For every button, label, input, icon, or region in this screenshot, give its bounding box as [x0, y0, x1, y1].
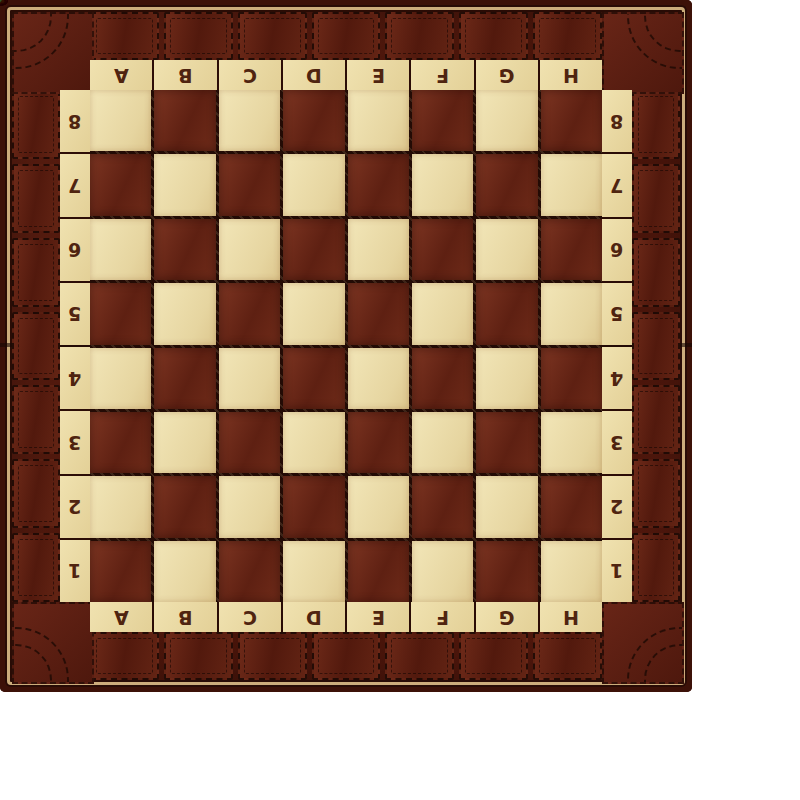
square-e2: [348, 476, 409, 537]
frame-cell: [533, 632, 602, 680]
frame-band-right: [632, 90, 680, 602]
frame-band-top: [90, 12, 602, 60]
frame-cell: [238, 12, 307, 60]
file-label-d: D: [283, 60, 345, 90]
square-d7: [283, 154, 344, 215]
frame-cell: [632, 164, 680, 233]
frame-cell: [312, 12, 381, 60]
square-d1: [283, 541, 344, 602]
frame-cell: [312, 632, 381, 680]
rank-label-4: 4: [602, 347, 632, 409]
frame-cell: [90, 12, 159, 60]
square-e1: [348, 541, 409, 602]
square-f4: [412, 348, 473, 409]
square-a7: [90, 154, 151, 215]
frame-cell: [632, 312, 680, 381]
rank-label-4: 4: [60, 347, 90, 409]
file-label-g: G: [476, 60, 538, 90]
file-label-c: C: [219, 60, 281, 90]
rank-label-7: 7: [602, 154, 632, 216]
frame-corner-carving: [12, 602, 94, 684]
file-label-g: G: [476, 602, 538, 632]
square-c6: [219, 219, 280, 280]
square-e8: [348, 90, 409, 151]
square-e7: [348, 154, 409, 215]
rank-label-1: 1: [60, 540, 90, 602]
rank-label-2: 2: [60, 476, 90, 538]
square-c7: [219, 154, 280, 215]
square-c3: [219, 412, 280, 473]
square-b3: [154, 412, 215, 473]
frame-cell: [164, 632, 233, 680]
frame-cell: [632, 238, 680, 307]
square-f7: [412, 154, 473, 215]
square-e4: [348, 348, 409, 409]
file-label-a: A: [90, 60, 152, 90]
square-b2: [154, 476, 215, 537]
file-label-f: F: [411, 60, 473, 90]
rank-label-8: 8: [60, 90, 90, 152]
frame-cell: [90, 632, 159, 680]
square-f6: [412, 219, 473, 280]
frame-cell: [12, 459, 60, 528]
square-h8: [541, 90, 602, 151]
rank-label-3: 3: [602, 411, 632, 473]
square-f1: [412, 541, 473, 602]
square-b1: [154, 541, 215, 602]
square-h1: [541, 541, 602, 602]
frame-cell: [12, 533, 60, 602]
square-g3: [476, 412, 537, 473]
file-label-a: A: [90, 602, 152, 632]
square-b8: [154, 90, 215, 151]
file-label-d: D: [283, 602, 345, 632]
frame-cell: [632, 533, 680, 602]
rank-label-6: 6: [602, 219, 632, 281]
frame-cell: [164, 12, 233, 60]
frame-cell: [632, 385, 680, 454]
square-f5: [412, 283, 473, 344]
rank-label-7: 7: [60, 154, 90, 216]
frame-cell: [533, 12, 602, 60]
square-d2: [283, 476, 344, 537]
frame-cell: [385, 12, 454, 60]
frame-cell: [12, 385, 60, 454]
chess-set-photo: ABCDEFGH ABCDEFGH 87654321 87654321 ♜♞♝♛…: [0, 0, 800, 800]
file-label-h: H: [540, 60, 602, 90]
rank-label-5: 5: [602, 283, 632, 345]
board-squares: [90, 90, 602, 602]
file-label-b: B: [154, 60, 216, 90]
square-c2: [219, 476, 280, 537]
file-label-c: C: [219, 602, 281, 632]
file-label-e: E: [347, 602, 409, 632]
rank-label-1: 1: [602, 540, 632, 602]
frame-cell: [238, 632, 307, 680]
frame-cell: [12, 90, 60, 159]
square-a1: [90, 541, 151, 602]
square-c5: [219, 283, 280, 344]
file-label-b: B: [154, 602, 216, 632]
square-f8: [412, 90, 473, 151]
square-b7: [154, 154, 215, 215]
rank-labels-near: 87654321: [602, 90, 632, 602]
square-f2: [412, 476, 473, 537]
rank-label-2: 2: [602, 476, 632, 538]
frame-corner-carving: [12, 12, 94, 94]
square-f3: [412, 412, 473, 473]
square-g6: [476, 219, 537, 280]
square-h2: [541, 476, 602, 537]
file-labels-far: ABCDEFGH: [90, 60, 602, 90]
file-label-h: H: [540, 602, 602, 632]
square-c4: [219, 348, 280, 409]
square-a6: [90, 219, 151, 280]
square-h6: [541, 219, 602, 280]
square-a4: [90, 348, 151, 409]
frame-corner-carving: [602, 602, 684, 684]
rank-labels-far: 87654321: [60, 90, 90, 602]
frame-cell: [385, 632, 454, 680]
chess-board-case: ABCDEFGH ABCDEFGH 87654321 87654321: [0, 0, 692, 692]
square-g2: [476, 476, 537, 537]
frame-corner-carving: [602, 12, 684, 94]
square-a3: [90, 412, 151, 473]
frame-cell: [12, 312, 60, 381]
frame-cell: [459, 632, 528, 680]
square-h4: [541, 348, 602, 409]
rank-label-5: 5: [60, 283, 90, 345]
rank-label-3: 3: [60, 411, 90, 473]
frame-cell: [632, 459, 680, 528]
square-b6: [154, 219, 215, 280]
file-label-f: F: [411, 602, 473, 632]
frame-cell: [12, 164, 60, 233]
square-g4: [476, 348, 537, 409]
square-h5: [541, 283, 602, 344]
square-h7: [541, 154, 602, 215]
file-label-e: E: [347, 60, 409, 90]
rank-label-8: 8: [602, 90, 632, 152]
frame-band-left: [12, 90, 60, 602]
square-c1: [219, 541, 280, 602]
square-b5: [154, 283, 215, 344]
square-e3: [348, 412, 409, 473]
square-a5: [90, 283, 151, 344]
frame-cell: [632, 90, 680, 159]
square-d6: [283, 219, 344, 280]
square-d3: [283, 412, 344, 473]
square-d5: [283, 283, 344, 344]
square-e5: [348, 283, 409, 344]
square-d4: [283, 348, 344, 409]
square-g5: [476, 283, 537, 344]
square-h3: [541, 412, 602, 473]
square-e6: [348, 219, 409, 280]
frame-cell: [12, 238, 60, 307]
frame-band-bottom: [90, 632, 602, 680]
square-a8: [90, 90, 151, 151]
square-g8: [476, 90, 537, 151]
square-a2: [90, 476, 151, 537]
rank-label-6: 6: [60, 219, 90, 281]
square-c8: [219, 90, 280, 151]
file-labels-near: ABCDEFGH: [90, 602, 602, 632]
square-g7: [476, 154, 537, 215]
square-b4: [154, 348, 215, 409]
square-g1: [476, 541, 537, 602]
square-d8: [283, 90, 344, 151]
frame-cell: [459, 12, 528, 60]
